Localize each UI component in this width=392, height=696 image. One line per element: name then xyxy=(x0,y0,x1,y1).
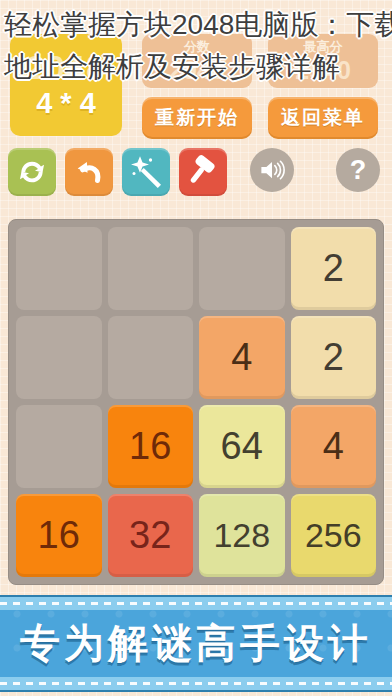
magic-wand-icon xyxy=(128,154,164,190)
tile-2: 2 xyxy=(291,316,377,399)
tile-16: 16 xyxy=(108,405,194,488)
help-button[interactable]: ? xyxy=(336,148,380,192)
undo-icon xyxy=(72,155,106,189)
tile-2: 2 xyxy=(291,227,377,310)
empty-cell xyxy=(16,405,102,488)
tile-4: 4 xyxy=(199,316,285,399)
board[interactable]: 242166441632128256 xyxy=(8,219,384,585)
hammer-button[interactable] xyxy=(179,148,227,196)
empty-cell xyxy=(16,227,102,310)
banner-edge-bottom xyxy=(0,677,392,690)
banner-edge-top xyxy=(0,597,392,610)
hammer-icon xyxy=(185,154,221,190)
bottom-banner: 专为解谜高手设计 xyxy=(0,595,392,692)
empty-cell xyxy=(16,316,102,399)
restart-button[interactable]: 重新开始 xyxy=(142,97,252,139)
undo-button[interactable] xyxy=(65,148,113,196)
page-title-line2: 地址全解析及安装步骤详解 xyxy=(4,46,392,88)
banner-text: 专为解谜高手设计 xyxy=(20,616,372,671)
sound-button[interactable] xyxy=(250,148,294,192)
magic-wand-button[interactable] xyxy=(122,148,170,196)
tile-128: 128 xyxy=(199,494,285,577)
empty-cell xyxy=(108,227,194,310)
page-title-line1: 轻松掌握方块2048电脑版：下载 xyxy=(4,4,392,46)
tile-32: 32 xyxy=(108,494,194,577)
help-icon: ? xyxy=(350,155,367,186)
tile-256: 256 xyxy=(291,494,377,577)
refresh-button[interactable] xyxy=(8,148,56,196)
return-menu-button[interactable]: 返回菜单 xyxy=(268,97,378,139)
sound-icon xyxy=(257,155,287,185)
tile-4: 4 xyxy=(291,405,377,488)
app-screen: 2048 4 * 4 分数 2940 最高分 2940 重新开始 返回菜单 xyxy=(0,0,392,696)
tile-16: 16 xyxy=(16,494,102,577)
grid-size-label: 4 * 4 xyxy=(36,87,96,120)
refresh-icon xyxy=(15,155,49,189)
page-title: 轻松掌握方块2048电脑版：下载 地址全解析及安装步骤详解 xyxy=(4,4,392,88)
tile-64: 64 xyxy=(199,405,285,488)
empty-cell xyxy=(108,316,194,399)
empty-cell xyxy=(199,227,285,310)
